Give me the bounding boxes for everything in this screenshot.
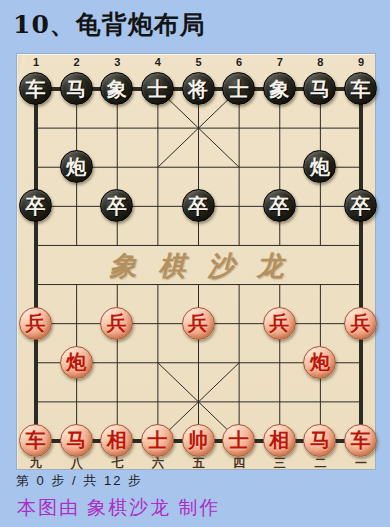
file-label-bottom-九: 九 (25, 455, 47, 472)
board-grid (18, 55, 375, 469)
file-label-bottom-三: 三 (269, 455, 291, 472)
file-label-top-8: 8 (310, 56, 330, 68)
piece-red-炮: 炮 (60, 346, 93, 379)
piece-red-帅: 帅 (182, 424, 215, 457)
file-label-bottom-八: 八 (66, 455, 88, 472)
piece-red-兵: 兵 (182, 307, 215, 340)
piece-red-炮: 炮 (303, 346, 336, 379)
file-label-top-7: 7 (270, 56, 290, 68)
piece-red-士: 士 (141, 424, 174, 457)
piece-black-象: 象 (263, 72, 296, 105)
file-label-bottom-七: 七 (106, 455, 128, 472)
file-label-top-6: 6 (229, 56, 249, 68)
piece-red-兵: 兵 (19, 307, 52, 340)
piece-red-相: 相 (100, 424, 133, 457)
piece-black-士: 士 (141, 72, 174, 105)
file-label-bottom-一: 一 (350, 455, 372, 472)
piece-black-将: 将 (182, 72, 215, 105)
piece-red-兵: 兵 (263, 307, 296, 340)
file-label-top-1: 1 (26, 56, 46, 68)
piece-red-车: 车 (344, 424, 377, 457)
file-label-top-5: 5 (189, 56, 209, 68)
file-label-top-2: 2 (67, 56, 87, 68)
xiangqi-board: 123456789 象棋沙龙 车马象士将士象马车炮炮卒卒卒卒卒兵兵兵兵兵炮炮车马… (17, 54, 375, 469)
piece-red-士: 士 (222, 424, 255, 457)
file-label-top-4: 4 (148, 56, 168, 68)
file-label-bottom-四: 四 (228, 455, 250, 472)
piece-black-车: 车 (344, 72, 377, 105)
piece-black-车: 车 (19, 72, 52, 105)
file-label-top-9: 9 (351, 56, 371, 68)
piece-black-士: 士 (222, 72, 255, 105)
move-counter: 第 0 步 / 共 12 步 (16, 472, 143, 490)
file-label-bottom-六: 六 (147, 455, 169, 472)
piece-black-炮: 炮 (60, 150, 93, 183)
file-label-bottom-五: 五 (188, 455, 210, 472)
piece-red-车: 车 (19, 424, 52, 457)
piece-red-兵: 兵 (344, 307, 377, 340)
piece-black-马: 马 (60, 72, 93, 105)
credit-text: 本图由 象棋沙龙 制作 (17, 495, 221, 521)
piece-red-兵: 兵 (100, 307, 133, 340)
piece-red-马: 马 (60, 424, 93, 457)
piece-black-卒: 卒 (182, 189, 215, 222)
piece-black-卒: 卒 (263, 189, 296, 222)
file-label-bottom-二: 二 (309, 455, 331, 472)
piece-red-相: 相 (263, 424, 296, 457)
page-title: 10、龟背炮布局 (13, 8, 206, 41)
file-label-top-3: 3 (107, 56, 127, 68)
